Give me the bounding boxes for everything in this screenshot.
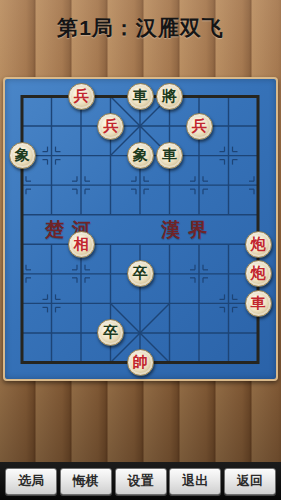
piece-red-elephant[interactable]: 相 bbox=[68, 231, 95, 258]
exit-button[interactable]: 退出 bbox=[169, 468, 221, 495]
select-game-button[interactable]: 选局 bbox=[5, 468, 57, 495]
settings-button[interactable]: 设置 bbox=[115, 468, 167, 495]
piece-red-pawn[interactable]: 兵 bbox=[186, 113, 213, 140]
piece-black-chariot[interactable]: 車 bbox=[156, 142, 183, 169]
page-title: 第1局：汉雁双飞 bbox=[0, 14, 281, 42]
river-label-right: 漢界 bbox=[161, 217, 215, 243]
piece-red-general[interactable]: 帥 bbox=[127, 349, 154, 376]
piece-red-chariot[interactable]: 車 bbox=[245, 290, 272, 317]
xiangqi-board[interactable]: 楚河 漢界 兵車將兵兵象象車相炮卒炮車卒帥 bbox=[3, 77, 278, 381]
piece-black-elephant[interactable]: 象 bbox=[127, 142, 154, 169]
back-button[interactable]: 返回 bbox=[224, 468, 276, 495]
piece-black-elephant[interactable]: 象 bbox=[9, 142, 36, 169]
piece-black-pawn[interactable]: 卒 bbox=[127, 260, 154, 287]
piece-red-pawn[interactable]: 兵 bbox=[97, 113, 124, 140]
undo-move-button[interactable]: 悔棋 bbox=[60, 468, 112, 495]
piece-red-cannon[interactable]: 炮 bbox=[245, 260, 272, 287]
piece-red-cannon[interactable]: 炮 bbox=[245, 231, 272, 258]
piece-black-general[interactable]: 將 bbox=[156, 83, 183, 110]
piece-black-chariot[interactable]: 車 bbox=[127, 83, 154, 110]
app-screen: 第1局：汉雁双飞 楚河 漢界 兵車將兵兵象象車相炮卒炮車卒帥 选局 悔棋 设置 … bbox=[0, 0, 281, 500]
bottom-button-bar: 选局 悔棋 设置 退出 返回 bbox=[0, 462, 281, 500]
piece-red-pawn[interactable]: 兵 bbox=[68, 83, 95, 110]
